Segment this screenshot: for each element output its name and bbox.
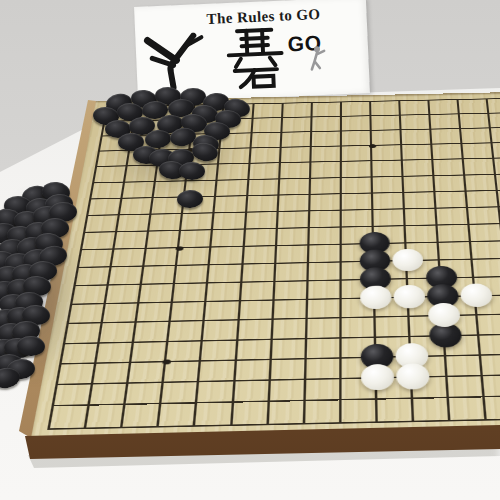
photo-scene: The Rules to GO: [0, 0, 500, 500]
loose-stone-piles: [0, 0, 500, 500]
loose-black-stone: [177, 189, 204, 208]
loose-black-stone: [179, 162, 205, 180]
